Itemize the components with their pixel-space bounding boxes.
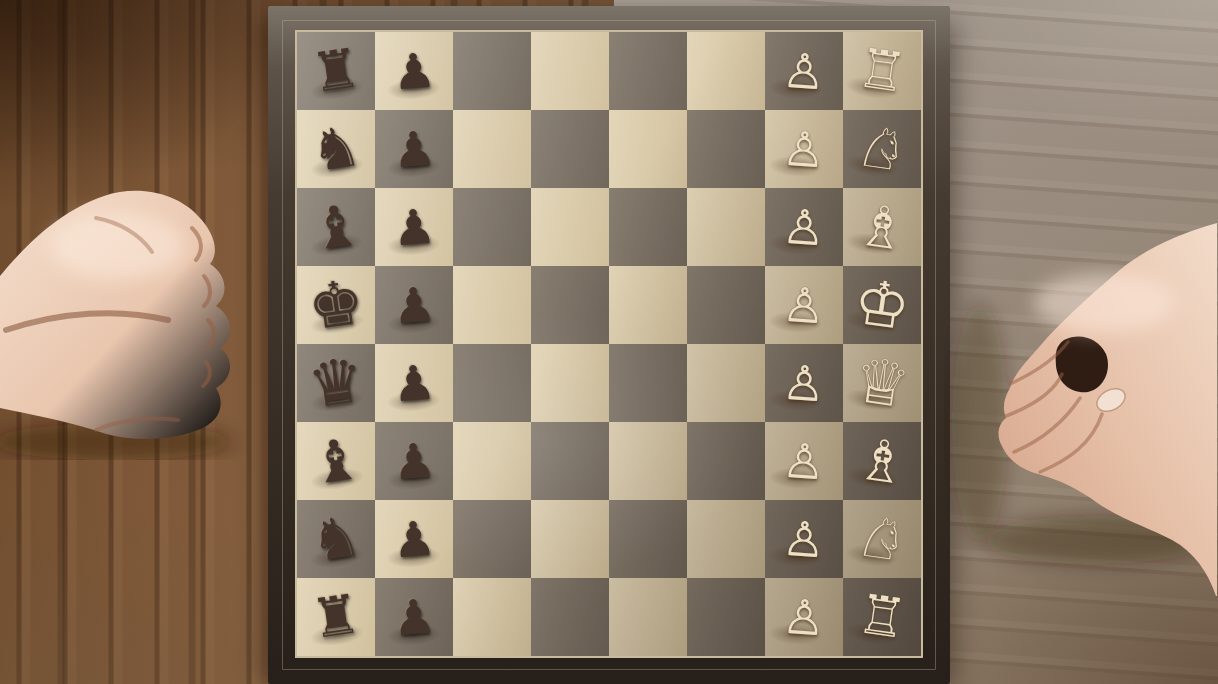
white-bishop-f1: ♗ <box>838 183 926 271</box>
piece-glyph-a8: ♜ <box>308 587 363 647</box>
piece-glyph-h7: ♟ <box>391 46 437 97</box>
piece-glyph-h8: ♜ <box>308 41 363 101</box>
piece-glyph-e2: ♙ <box>781 280 827 331</box>
piece-glyph-c2: ♙ <box>781 436 827 487</box>
black-pawn-f7: ♟ <box>372 185 455 268</box>
black-bishop-c8: ♝ <box>292 417 380 505</box>
white-pawn-h2: ♙ <box>762 29 845 112</box>
black-pawn-c7: ♟ <box>372 419 455 502</box>
black-queen-d8: ♛ <box>292 339 380 427</box>
piece-glyph-b2: ♙ <box>781 514 827 565</box>
piece-glyph-g2: ♙ <box>781 124 827 175</box>
white-pawn-b2: ♙ <box>762 497 845 580</box>
piece-glyph-g8: ♞ <box>307 118 365 180</box>
piece-glyph-b7: ♟ <box>391 514 437 565</box>
black-pawn-e7: ♟ <box>372 263 455 346</box>
white-pawn-a2: ♙ <box>762 575 845 658</box>
piece-glyph-g7: ♟ <box>391 124 437 175</box>
white-king-e1: ♔ <box>838 261 926 349</box>
piece-glyph-e7: ♟ <box>391 280 437 331</box>
board-pieces-layer: ♜♞♝♚♛♝♞♜♟♟♟♟♟♟♟♟♙♙♙♙♙♙♙♙♖♘♗♔♕♗♘♖ <box>297 32 921 656</box>
black-pawn-d7: ♟ <box>372 341 455 424</box>
white-queen-d1: ♕ <box>838 339 926 427</box>
white-pawn-d2: ♙ <box>762 341 845 424</box>
white-knight-g1: ♘ <box>838 105 926 193</box>
white-rook-h1: ♖ <box>838 27 926 115</box>
white-pawn-f2: ♙ <box>762 185 845 268</box>
piece-glyph-c7: ♟ <box>391 436 437 487</box>
black-rook-a8: ♜ <box>292 573 380 661</box>
piece-glyph-a2: ♙ <box>781 592 827 643</box>
piece-glyph-f1: ♗ <box>853 195 912 259</box>
piece-glyph-d8: ♛ <box>304 348 368 417</box>
piece-glyph-e1: ♔ <box>850 270 914 339</box>
piece-glyph-a7: ♟ <box>391 592 437 643</box>
piece-glyph-g1: ♘ <box>853 118 911 180</box>
white-pawn-g2: ♙ <box>762 107 845 190</box>
white-bishop-c1: ♗ <box>838 417 926 505</box>
black-pawn-b7: ♟ <box>372 497 455 580</box>
white-pawn-c2: ♙ <box>762 419 845 502</box>
black-bishop-f8: ♝ <box>292 183 380 271</box>
piece-glyph-f2: ♙ <box>781 202 827 253</box>
black-knight-b8: ♞ <box>292 495 380 583</box>
chess-photo-scene: ♜♞♝♚♛♝♞♜♟♟♟♟♟♟♟♟♙♙♙♙♙♙♙♙♖♘♗♔♕♗♘♖ <box>0 0 1218 684</box>
white-rook-a1: ♖ <box>838 573 926 661</box>
piece-glyph-b1: ♘ <box>853 508 911 570</box>
piece-glyph-d1: ♕ <box>850 348 914 417</box>
black-rook-h8: ♜ <box>292 27 380 115</box>
piece-glyph-c8: ♝ <box>307 429 366 493</box>
piece-glyph-h2: ♙ <box>781 46 827 97</box>
black-king-e8: ♚ <box>292 261 380 349</box>
piece-glyph-f7: ♟ <box>391 202 437 253</box>
piece-glyph-c1: ♗ <box>853 429 912 493</box>
piece-glyph-h1: ♖ <box>854 41 909 101</box>
piece-glyph-b8: ♞ <box>307 508 365 570</box>
piece-glyph-e8: ♚ <box>304 270 368 339</box>
white-knight-b1: ♘ <box>838 495 926 583</box>
black-pawn-a7: ♟ <box>372 575 455 658</box>
black-knight-g8: ♞ <box>292 105 380 193</box>
piece-glyph-f8: ♝ <box>307 195 366 259</box>
piece-glyph-d2: ♙ <box>781 358 827 409</box>
white-pawn-e2: ♙ <box>762 263 845 346</box>
piece-glyph-d7: ♟ <box>391 358 437 409</box>
piece-glyph-a1: ♖ <box>854 587 909 647</box>
black-pawn-g7: ♟ <box>372 107 455 190</box>
black-pawn-h7: ♟ <box>372 29 455 112</box>
chess-board-frame: ♜♞♝♚♛♝♞♜♟♟♟♟♟♟♟♟♙♙♙♙♙♙♙♙♖♘♗♔♕♗♘♖ <box>268 6 950 684</box>
chess-board: ♜♞♝♚♛♝♞♜♟♟♟♟♟♟♟♟♙♙♙♙♙♙♙♙♖♘♗♔♕♗♘♖ <box>295 30 923 658</box>
